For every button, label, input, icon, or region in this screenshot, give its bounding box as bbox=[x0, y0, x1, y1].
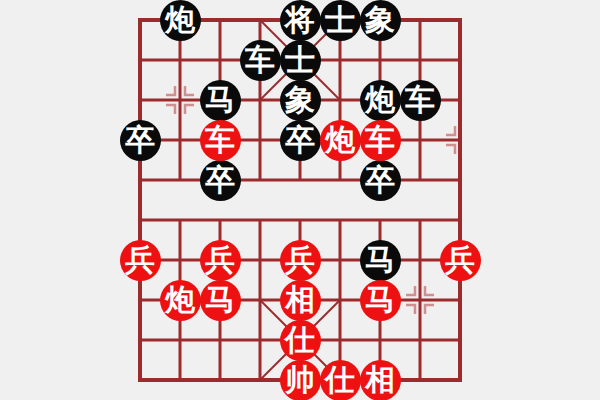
piece-black-soldier[interactable]: 卒 bbox=[280, 120, 321, 161]
piece-red-soldier[interactable]: 兵 bbox=[440, 240, 481, 281]
piece-red-horse[interactable]: 马 bbox=[360, 280, 401, 321]
piece-black-cannon[interactable]: 炮 bbox=[360, 80, 401, 121]
piece-black-horse[interactable]: 马 bbox=[360, 240, 401, 281]
piece-black-soldier[interactable]: 卒 bbox=[120, 120, 161, 161]
piece-red-soldier[interactable]: 兵 bbox=[200, 240, 241, 281]
piece-black-elephant[interactable]: 象 bbox=[360, 0, 401, 41]
piece-black-soldier[interactable]: 卒 bbox=[360, 160, 401, 201]
piece-red-advisor[interactable]: 仕 bbox=[320, 360, 361, 400]
piece-red-elephant[interactable]: 相 bbox=[360, 360, 401, 400]
piece-red-soldier[interactable]: 兵 bbox=[120, 240, 161, 281]
piece-red-advisor[interactable]: 仕 bbox=[280, 320, 321, 361]
piece-red-elephant[interactable]: 相 bbox=[280, 280, 321, 321]
piece-black-soldier[interactable]: 卒 bbox=[200, 160, 241, 201]
piece-red-general[interactable]: 帅 bbox=[280, 360, 321, 400]
piece-red-horse[interactable]: 马 bbox=[200, 280, 241, 321]
piece-red-cannon[interactable]: 炮 bbox=[160, 280, 201, 321]
pieces-layer: 炮将士象车士马象炮车卒卒卒卒马车炮车兵兵兵兵炮马相马仕帅仕相 bbox=[120, 0, 480, 400]
piece-red-soldier[interactable]: 兵 bbox=[280, 240, 321, 281]
piece-black-horse[interactable]: 马 bbox=[200, 80, 241, 121]
piece-black-advisor[interactable]: 士 bbox=[280, 40, 321, 81]
piece-red-cannon[interactable]: 炮 bbox=[320, 120, 361, 161]
piece-black-cannon[interactable]: 炮 bbox=[160, 0, 201, 41]
piece-black-general[interactable]: 将 bbox=[280, 0, 321, 41]
piece-red-chariot[interactable]: 车 bbox=[360, 120, 401, 161]
piece-red-chariot[interactable]: 车 bbox=[200, 120, 241, 161]
xiangqi-board[interactable]: 炮将士象车士马象炮车卒卒卒卒马车炮车兵兵兵兵炮马相马仕帅仕相 bbox=[0, 0, 600, 400]
piece-black-advisor[interactable]: 士 bbox=[320, 0, 361, 41]
piece-black-chariot[interactable]: 车 bbox=[240, 40, 281, 81]
piece-black-elephant[interactable]: 象 bbox=[280, 80, 321, 121]
piece-black-chariot[interactable]: 车 bbox=[400, 80, 441, 121]
